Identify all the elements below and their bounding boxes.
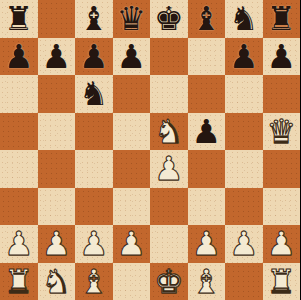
- square-a7[interactable]: ♟: [0, 38, 38, 76]
- square-c1[interactable]: ♝: [75, 263, 113, 300]
- square-c7[interactable]: ♟: [75, 38, 113, 76]
- black-pawn[interactable]: ♟: [116, 38, 146, 76]
- square-f1[interactable]: ♝: [188, 263, 226, 300]
- square-h4[interactable]: [263, 150, 301, 188]
- black-pawn[interactable]: ♟: [79, 38, 109, 76]
- square-a3[interactable]: [0, 188, 38, 226]
- square-c6[interactable]: ♞: [75, 75, 113, 113]
- white-pawn[interactable]: ♟: [154, 150, 184, 188]
- white-rook[interactable]: ♜: [4, 263, 34, 300]
- black-pawn[interactable]: ♟: [266, 38, 296, 76]
- white-pawn[interactable]: ♟: [266, 225, 296, 263]
- black-bishop[interactable]: ♝: [79, 0, 109, 38]
- square-f4[interactable]: [188, 150, 226, 188]
- square-d2[interactable]: ♟: [113, 225, 151, 263]
- square-d6[interactable]: [113, 75, 151, 113]
- square-f7[interactable]: [188, 38, 226, 76]
- square-b2[interactable]: ♟: [38, 225, 76, 263]
- square-c3[interactable]: [75, 188, 113, 226]
- square-a6[interactable]: [0, 75, 38, 113]
- black-queen[interactable]: ♛: [116, 0, 146, 38]
- square-f6[interactable]: [188, 75, 226, 113]
- black-knight[interactable]: ♞: [79, 75, 109, 113]
- white-pawn[interactable]: ♟: [191, 225, 221, 263]
- white-pawn[interactable]: ♟: [4, 225, 34, 263]
- square-g4[interactable]: [225, 150, 263, 188]
- square-h8[interactable]: ♜: [263, 0, 301, 38]
- square-h3[interactable]: [263, 188, 301, 226]
- black-knight[interactable]: ♞: [229, 0, 259, 38]
- square-b7[interactable]: ♟: [38, 38, 76, 76]
- white-bishop[interactable]: ♝: [191, 263, 221, 300]
- square-e1[interactable]: ♚: [150, 263, 188, 300]
- white-knight[interactable]: ♞: [154, 113, 184, 151]
- black-bishop[interactable]: ♝: [191, 0, 221, 38]
- square-g1[interactable]: [225, 263, 263, 300]
- black-pawn[interactable]: ♟: [229, 38, 259, 76]
- square-g5[interactable]: [225, 113, 263, 151]
- white-pawn[interactable]: ♟: [41, 225, 71, 263]
- square-g6[interactable]: [225, 75, 263, 113]
- white-rook[interactable]: ♜: [266, 263, 296, 300]
- square-g7[interactable]: ♟: [225, 38, 263, 76]
- black-pawn[interactable]: ♟: [191, 113, 221, 151]
- square-b8[interactable]: [38, 0, 76, 38]
- square-h6[interactable]: [263, 75, 301, 113]
- white-pawn[interactable]: ♟: [79, 225, 109, 263]
- square-g3[interactable]: [225, 188, 263, 226]
- chess-board: ♜♝♛♚♝♞♜♟♟♟♟♟♟♞♞♟♛♟♟♟♟♟♟♟♟♜♞♝♚♝♜: [0, 0, 300, 300]
- square-f5[interactable]: ♟: [188, 113, 226, 151]
- square-c2[interactable]: ♟: [75, 225, 113, 263]
- black-pawn[interactable]: ♟: [4, 38, 34, 76]
- square-d4[interactable]: [113, 150, 151, 188]
- white-king[interactable]: ♚: [154, 263, 184, 300]
- square-b3[interactable]: [38, 188, 76, 226]
- square-f2[interactable]: ♟: [188, 225, 226, 263]
- square-b5[interactable]: [38, 113, 76, 151]
- square-a4[interactable]: [0, 150, 38, 188]
- square-h1[interactable]: ♜: [263, 263, 301, 300]
- square-b4[interactable]: [38, 150, 76, 188]
- square-h2[interactable]: ♟: [263, 225, 301, 263]
- square-f8[interactable]: ♝: [188, 0, 226, 38]
- square-b1[interactable]: ♞: [38, 263, 76, 300]
- square-d8[interactable]: ♛: [113, 0, 151, 38]
- square-e3[interactable]: [150, 188, 188, 226]
- black-rook[interactable]: ♜: [4, 0, 34, 38]
- square-c8[interactable]: ♝: [75, 0, 113, 38]
- black-king[interactable]: ♚: [154, 0, 184, 38]
- square-d5[interactable]: [113, 113, 151, 151]
- white-pawn[interactable]: ♟: [116, 225, 146, 263]
- square-d1[interactable]: [113, 263, 151, 300]
- white-pawn[interactable]: ♟: [229, 225, 259, 263]
- white-bishop[interactable]: ♝: [79, 263, 109, 300]
- square-c4[interactable]: [75, 150, 113, 188]
- black-rook[interactable]: ♜: [266, 0, 296, 38]
- square-a5[interactable]: [0, 113, 38, 151]
- square-g2[interactable]: ♟: [225, 225, 263, 263]
- square-f3[interactable]: [188, 188, 226, 226]
- square-h7[interactable]: ♟: [263, 38, 301, 76]
- square-a8[interactable]: ♜: [0, 0, 38, 38]
- square-c5[interactable]: [75, 113, 113, 151]
- black-pawn[interactable]: ♟: [41, 38, 71, 76]
- white-queen[interactable]: ♛: [266, 113, 296, 151]
- square-d7[interactable]: ♟: [113, 38, 151, 76]
- square-a1[interactable]: ♜: [0, 263, 38, 300]
- square-d3[interactable]: [113, 188, 151, 226]
- square-a2[interactable]: ♟: [0, 225, 38, 263]
- square-e4[interactable]: ♟: [150, 150, 188, 188]
- square-e8[interactable]: ♚: [150, 0, 188, 38]
- square-e5[interactable]: ♞: [150, 113, 188, 151]
- square-g8[interactable]: ♞: [225, 0, 263, 38]
- square-e7[interactable]: [150, 38, 188, 76]
- square-b6[interactable]: [38, 75, 76, 113]
- white-knight[interactable]: ♞: [41, 263, 71, 300]
- square-e6[interactable]: [150, 75, 188, 113]
- square-e2[interactable]: [150, 225, 188, 263]
- square-h5[interactable]: ♛: [263, 113, 301, 151]
